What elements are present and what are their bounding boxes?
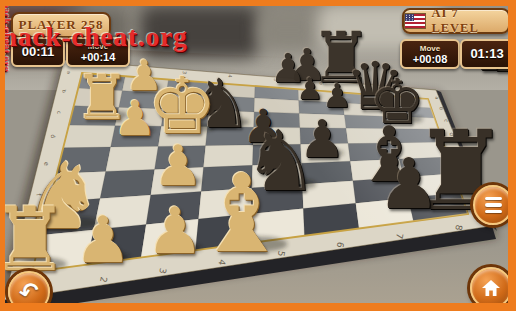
- menu-button[interactable]: [473, 185, 513, 225]
- player-move-time: +00:14: [81, 51, 116, 63]
- hamburger-icon: [485, 197, 502, 214]
- ai-move-time: +00:08: [413, 53, 448, 65]
- black-pawn-h7[interactable]: ♟: [374, 149, 444, 219]
- ai-move-label: Move: [420, 44, 440, 53]
- player-banner: PLAYER 258: [11, 12, 111, 38]
- undo-button[interactable]: ↶: [8, 271, 50, 311]
- ai-clock: 01:13: [460, 39, 514, 69]
- player-move-label: Move: [88, 42, 108, 51]
- undo-arrow-icon: ↶: [17, 278, 42, 306]
- ai-banner: AI 7 LEVEL: [402, 8, 510, 34]
- white-pawn-d2[interactable]: ♟: [111, 94, 159, 142]
- game-screen: 1122334455667788aabbccddeeffgghh ♟♟♜♟♟♟♟…: [0, 0, 516, 311]
- ai-move-clock: Move +00:08: [400, 39, 460, 69]
- white-pawn-h3[interactable]: ♟: [143, 199, 207, 263]
- white-pawn-h2[interactable]: ♟: [71, 208, 135, 272]
- player-name: PLAYER 258: [18, 17, 103, 33]
- white-rook-h1[interactable]: ♜: [0, 196, 74, 284]
- home-icon: [481, 279, 501, 297]
- us-flag-icon: [404, 13, 426, 29]
- player-time: 00:11: [22, 45, 55, 59]
- ai-time: 01:13: [470, 47, 503, 61]
- home-button[interactable]: [470, 267, 512, 309]
- ai-level-label: AI 7 LEVEL: [431, 6, 508, 36]
- player-clock: 00:11: [11, 37, 65, 67]
- player-move-clock: Move +00:14: [66, 37, 130, 67]
